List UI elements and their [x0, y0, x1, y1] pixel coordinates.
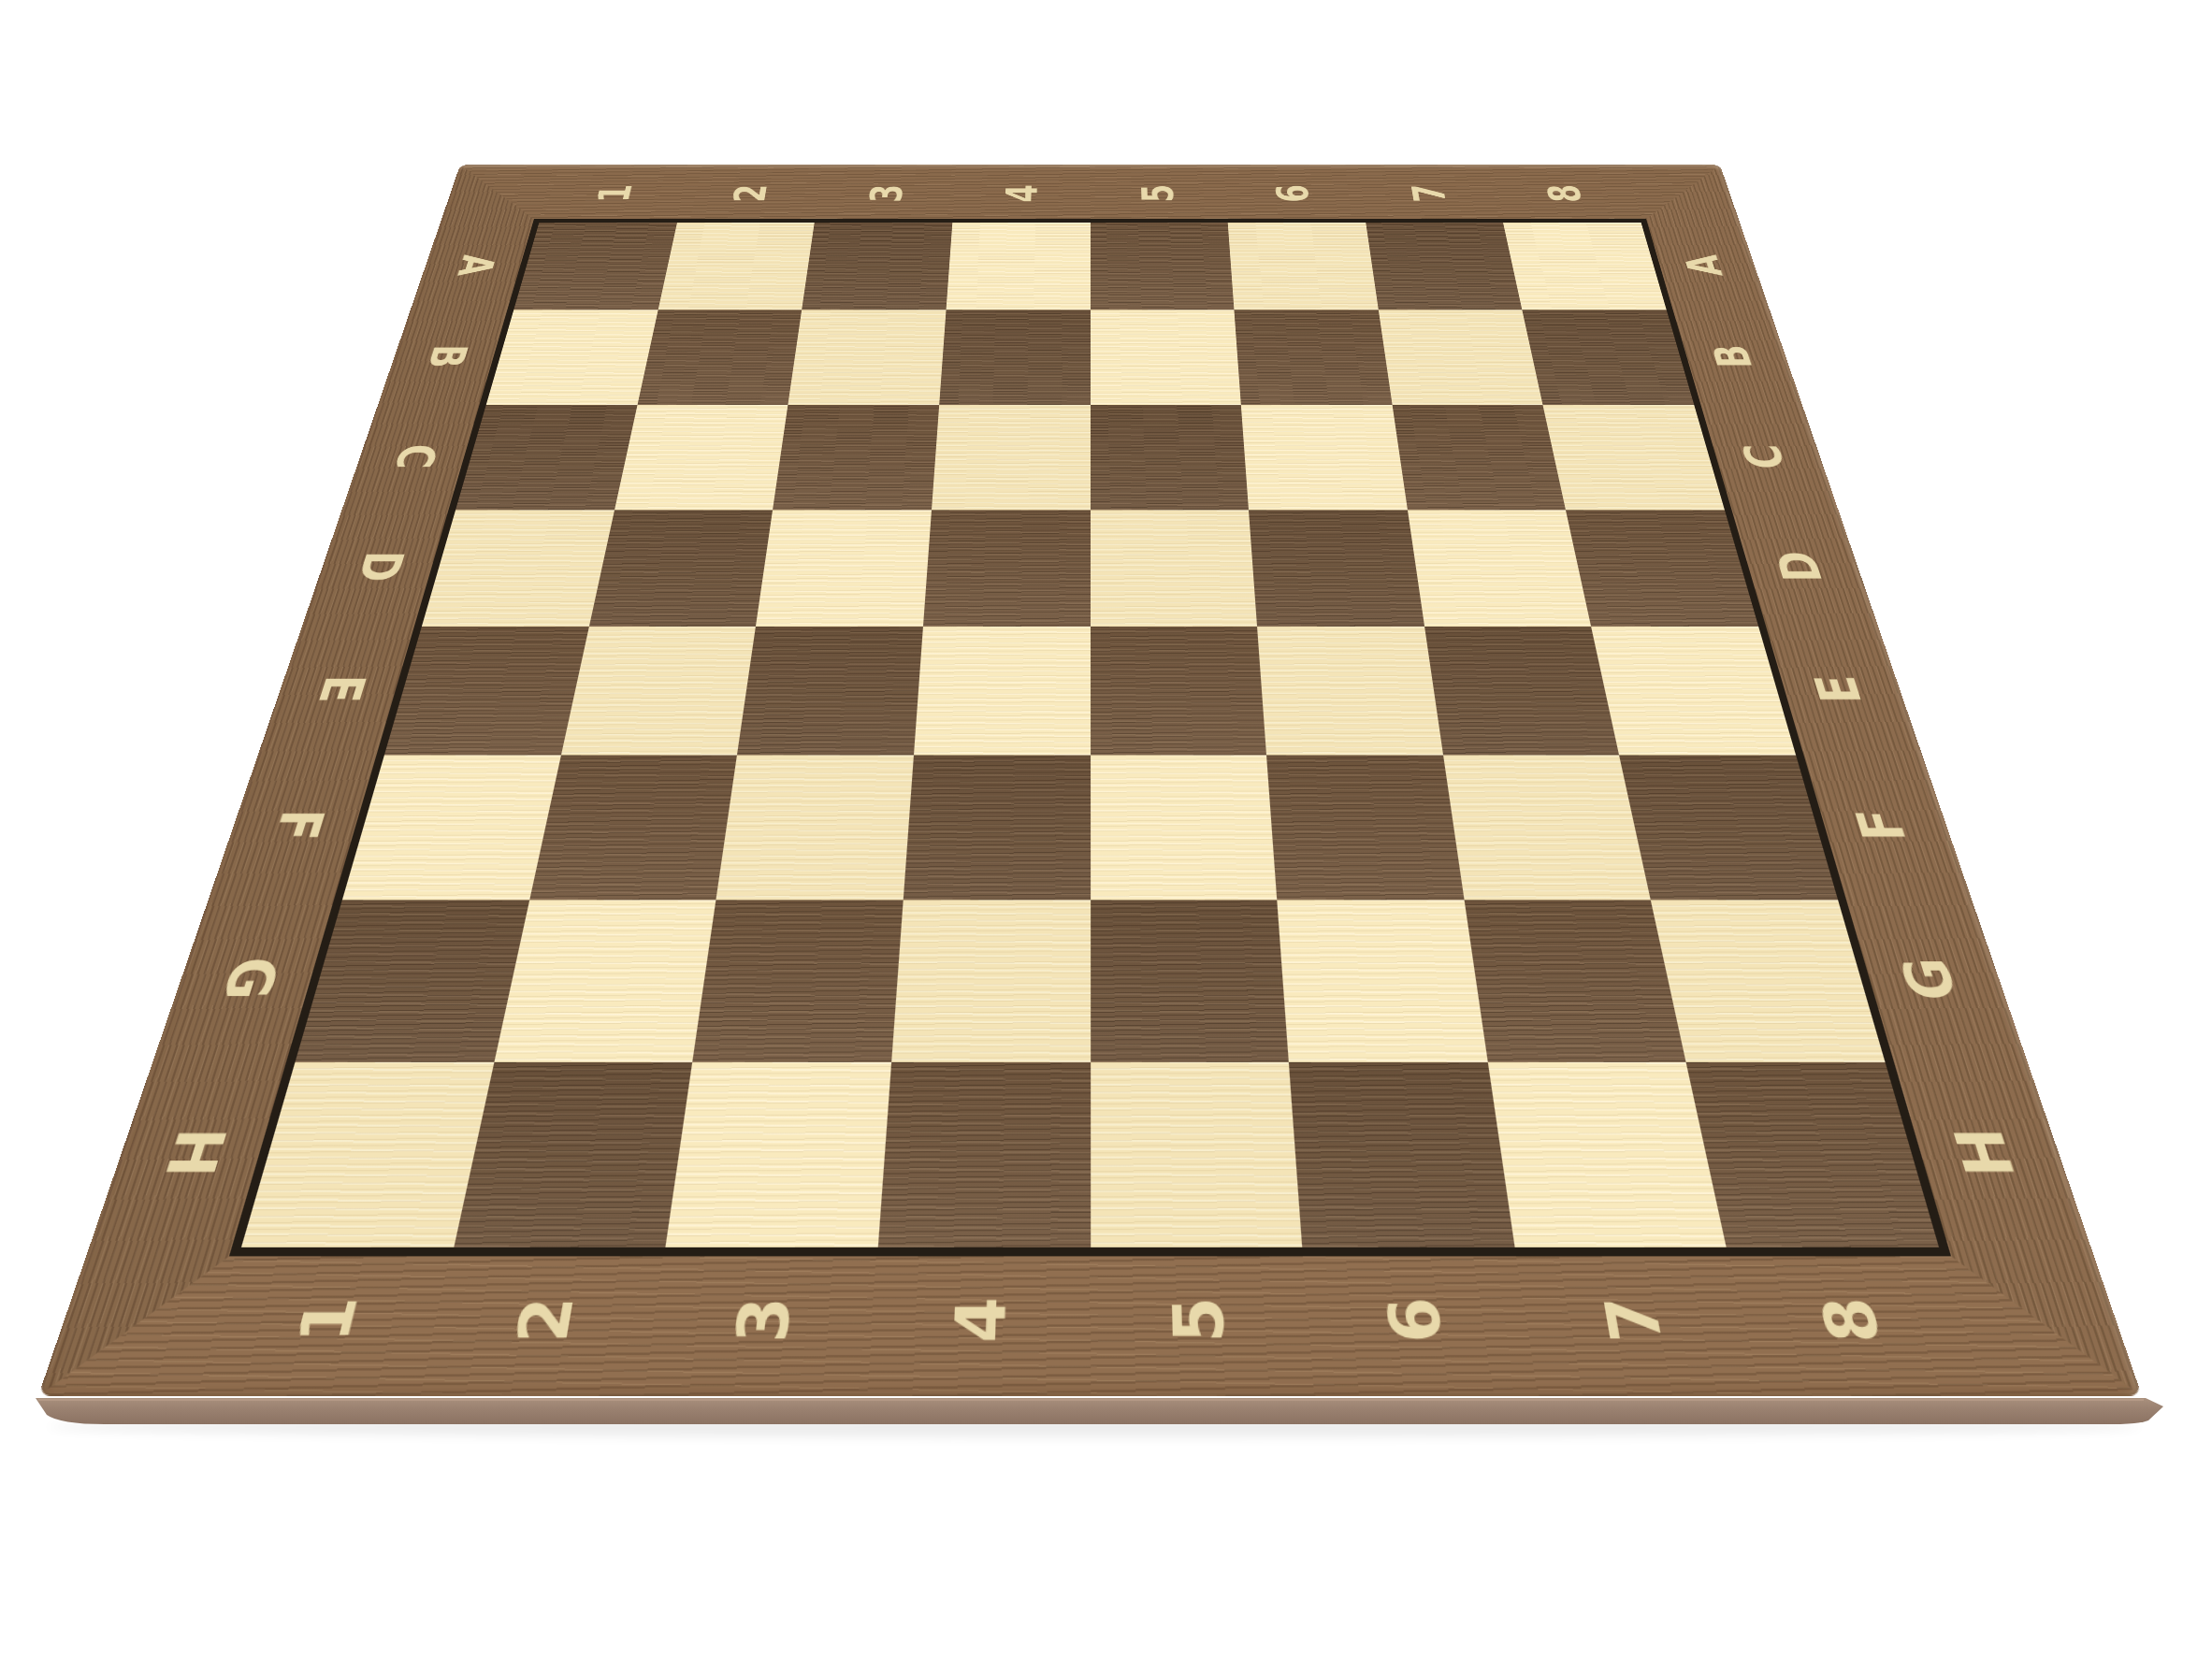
square-f2: [529, 756, 737, 901]
photo-background: 1234567812345678ABCDEFGHABCDEFGH: [0, 0, 2212, 1658]
square-g3: [692, 900, 903, 1062]
square-d7: [1408, 510, 1592, 626]
square-b1: [486, 310, 658, 405]
coord-left-b: B: [402, 333, 492, 381]
coord-left-h: H: [128, 1106, 261, 1199]
square-g4: [891, 900, 1091, 1062]
coord-top-2: 2: [713, 173, 788, 213]
square-b6: [1235, 310, 1393, 405]
square-a5: [1091, 223, 1235, 310]
square-a1: [513, 223, 676, 310]
coord-top-5: 5: [1123, 173, 1193, 213]
coord-bottom-5: 5: [1143, 1269, 1256, 1374]
square-b2: [637, 310, 802, 405]
frame-rail-bottom: [38, 1247, 2142, 1396]
square-h3: [666, 1062, 891, 1247]
square-e7: [1424, 627, 1620, 756]
square-c1: [455, 405, 637, 510]
square-h8: [1686, 1062, 1939, 1247]
square-h5: [1091, 1062, 1303, 1247]
board-shadow: [47, 1417, 2142, 1437]
coord-top-7: 7: [1392, 173, 1467, 213]
square-f1: [342, 756, 561, 901]
square-a8: [1503, 223, 1666, 310]
coord-top-6: 6: [1258, 173, 1331, 213]
square-b7: [1379, 310, 1543, 405]
square-d8: [1566, 510, 1758, 626]
square-a7: [1366, 223, 1523, 310]
coord-top-8: 8: [1525, 173, 1604, 213]
square-g7: [1464, 900, 1686, 1062]
square-d3: [756, 510, 932, 626]
square-d1: [422, 510, 614, 626]
square-c5: [1091, 405, 1250, 510]
coord-bottom-2: 2: [481, 1269, 609, 1374]
coord-left-f: F: [240, 789, 354, 862]
square-g8: [1651, 900, 1885, 1062]
coord-top-3: 3: [850, 173, 923, 213]
board-scene: 1234567812345678ABCDEFGHABCDEFGH: [38, 165, 2142, 1395]
square-f4: [904, 756, 1091, 901]
square-f7: [1443, 756, 1651, 901]
coord-right-h: H: [1919, 1106, 2052, 1199]
coord-top-1: 1: [575, 173, 654, 213]
square-f3: [716, 756, 914, 901]
square-g2: [494, 900, 716, 1062]
square-d5: [1091, 510, 1258, 626]
coord-bottom-8: 8: [1785, 1269, 1921, 1374]
square-c2: [614, 405, 788, 510]
square-d2: [589, 510, 773, 626]
coord-left-c: C: [368, 430, 462, 483]
square-f8: [1619, 756, 1838, 901]
square-c3: [773, 405, 939, 510]
square-h4: [878, 1062, 1091, 1247]
frame-rail-top: [441, 165, 1740, 223]
square-e4: [914, 627, 1091, 756]
square-f6: [1266, 756, 1464, 901]
coord-bottom-3: 3: [702, 1269, 823, 1374]
square-e8: [1591, 627, 1796, 756]
coord-right-e: E: [1786, 656, 1892, 722]
square-c4: [932, 405, 1091, 510]
square-a4: [946, 223, 1090, 310]
square-b3: [788, 310, 947, 405]
square-a6: [1228, 223, 1379, 310]
coord-bottom-1: 1: [260, 1269, 397, 1374]
square-b5: [1091, 310, 1241, 405]
square-f5: [1091, 756, 1278, 901]
square-d6: [1249, 510, 1424, 626]
coord-right-a: A: [1662, 243, 1747, 287]
square-h1: [241, 1062, 494, 1247]
square-b4: [939, 310, 1090, 405]
coord-right-c: C: [1717, 430, 1812, 483]
coord-left-e: E: [288, 656, 395, 722]
square-a2: [658, 223, 815, 310]
coord-bottom-7: 7: [1570, 1269, 1699, 1374]
square-e6: [1257, 627, 1443, 756]
square-e1: [384, 627, 589, 756]
square-g5: [1091, 900, 1290, 1062]
square-g1: [295, 900, 528, 1062]
coord-bottom-6: 6: [1357, 1269, 1478, 1374]
coord-left-d: D: [330, 538, 430, 597]
coord-bottom-4: 4: [924, 1269, 1037, 1374]
front-face: [36, 1398, 2163, 1424]
coord-right-g: G: [1870, 938, 1993, 1020]
square-h2: [454, 1062, 693, 1247]
board-grid: [241, 223, 1939, 1247]
coord-left-g: G: [188, 938, 311, 1020]
square-a3: [802, 223, 952, 310]
square-b8: [1523, 310, 1695, 405]
coord-left-a: A: [433, 243, 518, 287]
coord-top-4: 4: [987, 173, 1057, 213]
square-c7: [1392, 405, 1566, 510]
square-g6: [1277, 900, 1487, 1062]
coord-right-f: F: [1825, 789, 1939, 862]
square-d4: [923, 510, 1091, 626]
square-e3: [737, 627, 923, 756]
square-c6: [1241, 405, 1408, 510]
coord-right-b: B: [1688, 333, 1778, 381]
coord-right-d: D: [1750, 538, 1850, 597]
square-h6: [1289, 1062, 1514, 1247]
field-fillet-line: [229, 219, 1951, 1256]
square-e5: [1091, 627, 1267, 756]
square-e2: [561, 627, 757, 756]
square-h7: [1488, 1062, 1728, 1247]
square-c8: [1543, 405, 1725, 510]
